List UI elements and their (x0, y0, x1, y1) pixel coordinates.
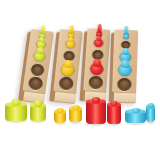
cylinder-knob (34, 100, 42, 107)
cylinder-knob-blue-4[interactable] (121, 60, 129, 68)
cylinder-knob-blue-1[interactable] (124, 26, 128, 35)
cylinder-knob (92, 97, 100, 103)
socket-hole-green-5[interactable] (27, 76, 43, 91)
cylinder-body (107, 104, 121, 124)
block-top-face (83, 28, 110, 91)
cylinder-body (146, 106, 155, 122)
cylinder-knob (72, 105, 79, 110)
cylinder-knob (57, 108, 64, 113)
cylinder-knob-red-4[interactable] (92, 59, 101, 68)
toy-photo-scene (0, 0, 160, 160)
loose-cylinder-blue-small-thin[interactable] (146, 103, 155, 122)
loose-cylinder-green-medium[interactable] (30, 100, 46, 121)
cylinder-block-yellow (52, 29, 83, 104)
cylinder-knob (12, 99, 21, 106)
cylinder-body (5, 104, 27, 121)
block-top-face (53, 29, 82, 93)
cylinder-knob (111, 101, 118, 106)
socket-hole-blue-5[interactable] (117, 78, 131, 91)
loose-cylinder-blue-wide-flat[interactable] (125, 108, 146, 123)
cylinder-knob-blue-3[interactable] (122, 48, 128, 55)
block-top-face (112, 30, 138, 93)
cylinder-knob-yellow-4[interactable] (63, 60, 72, 69)
cylinder-block-red (82, 28, 110, 102)
loose-cylinder-red-medium[interactable] (107, 101, 121, 124)
cylinder-knob (148, 103, 154, 108)
cylinder-knob-green-2[interactable] (38, 37, 44, 43)
cylinder-block-green (21, 29, 54, 104)
loose-cylinder-green-large[interactable] (5, 99, 27, 121)
cylinder-body (86, 101, 106, 124)
socket-hole-red-5[interactable] (88, 75, 103, 89)
cylinder-body (69, 108, 82, 122)
cylinder-body (30, 105, 46, 121)
loose-cylinder-yellow-small[interactable] (54, 108, 66, 123)
cylinder-block-blue (112, 30, 139, 104)
cylinder-knob-yellow-2[interactable] (68, 37, 73, 42)
loose-cylinder-red-large[interactable] (86, 97, 106, 124)
socket-hole-green-4[interactable] (30, 63, 45, 77)
socket-hole-yellow-5[interactable] (58, 76, 73, 90)
cylinder-knob-red-2[interactable] (96, 36, 101, 41)
cylinder-knob (132, 108, 140, 113)
loose-cylinder-yellow-medium[interactable] (69, 105, 82, 122)
